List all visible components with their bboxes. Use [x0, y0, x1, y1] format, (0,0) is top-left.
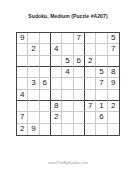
sudoku-cell-r8c8[interactable]: 6 [96, 112, 107, 123]
sudoku-cell-r4c6[interactable] [74, 67, 85, 78]
sudoku-cell-r6c9[interactable] [108, 90, 119, 101]
sudoku-cell-r3c9[interactable] [108, 56, 119, 67]
sudoku-cell-r7c1[interactable] [17, 101, 28, 112]
sudoku-cell-r6c6[interactable] [74, 90, 85, 101]
sudoku-cell-r5c9[interactable]: 9 [108, 78, 119, 89]
sudoku-cell-r3c6[interactable]: 6 [74, 56, 85, 67]
sudoku-cell-r3c3[interactable] [40, 56, 51, 67]
sudoku-cell-r1c4[interactable] [51, 33, 62, 44]
sudoku-cell-r5c2[interactable]: 3 [28, 78, 39, 89]
sudoku-cell-r2c4[interactable]: 4 [51, 44, 62, 55]
sudoku-cell-r1c7[interactable] [85, 33, 96, 44]
sudoku-cell-r8c2[interactable] [28, 112, 39, 123]
sudoku-cell-r2c1[interactable] [17, 44, 28, 55]
sudoku-cell-r3c7[interactable]: 2 [85, 56, 96, 67]
sudoku-cell-r4c8[interactable]: 5 [96, 67, 107, 78]
sudoku-cell-r8c3[interactable] [40, 112, 51, 123]
sudoku-cell-r9c1[interactable]: 2 [17, 124, 28, 135]
sudoku-cell-r1c8[interactable] [96, 33, 107, 44]
sudoku-cell-r9c4[interactable] [51, 124, 62, 135]
sudoku-cell-r6c4[interactable] [51, 90, 62, 101]
sudoku-cell-r7c3[interactable] [40, 101, 51, 112]
sudoku-cell-r7c7[interactable]: 7 [85, 101, 96, 112]
sudoku-cell-r1c3[interactable] [40, 33, 51, 44]
sudoku-cell-r9c9[interactable] [108, 124, 119, 135]
sudoku-cell-r7c4[interactable]: 8 [51, 101, 62, 112]
sudoku-cell-r7c9[interactable]: 2 [108, 101, 119, 112]
sudoku-cell-r2c3[interactable] [40, 44, 51, 55]
sudoku-cell-r7c8[interactable]: 1 [96, 101, 107, 112]
sudoku-cell-r9c5[interactable] [62, 124, 73, 135]
sudoku-cell-r4c5[interactable]: 4 [62, 67, 73, 78]
sudoku-cell-r4c4[interactable] [51, 67, 62, 78]
sudoku-cell-r3c2[interactable] [28, 56, 39, 67]
sudoku-cell-r7c5[interactable] [62, 101, 73, 112]
sudoku-cell-r7c6[interactable] [74, 101, 85, 112]
sudoku-cell-r4c7[interactable] [85, 67, 96, 78]
sudoku-cell-r4c3[interactable] [40, 67, 51, 78]
sudoku-cell-r7c2[interactable] [28, 101, 39, 112]
sudoku-cell-r8c7[interactable] [85, 112, 96, 123]
sudoku-cell-r8c6[interactable] [74, 112, 85, 123]
sudoku-cell-r4c9[interactable]: 8 [108, 67, 119, 78]
sudoku-cell-r9c2[interactable]: 9 [28, 124, 39, 135]
sudoku-cell-r1c1[interactable]: 9 [17, 33, 28, 44]
sudoku-cell-r5c8[interactable]: 7 [96, 78, 107, 89]
sudoku-cell-r1c9[interactable]: 5 [108, 33, 119, 44]
sudoku-cell-r3c8[interactable] [96, 56, 107, 67]
sudoku-cell-r8c4[interactable]: 2 [51, 112, 62, 123]
sudoku-cell-r3c1[interactable] [17, 56, 28, 67]
page: Sudoku, Medium (Puzzle #A207) 9752475624… [0, 0, 136, 176]
sudoku-cell-r5c4[interactable] [51, 78, 62, 89]
sudoku-cell-r3c5[interactable]: 5 [62, 56, 73, 67]
sudoku-cell-r6c8[interactable] [96, 90, 107, 101]
sudoku-cell-r8c1[interactable]: 7 [17, 112, 28, 123]
sudoku-cell-r2c2[interactable]: 2 [28, 44, 39, 55]
sudoku-cell-r1c5[interactable] [62, 33, 73, 44]
sudoku-cell-r6c1[interactable]: 4 [17, 90, 28, 101]
sudoku-cell-r4c2[interactable] [28, 67, 39, 78]
sudoku-cell-r1c6[interactable]: 7 [74, 33, 85, 44]
sudoku-cell-r5c3[interactable]: 6 [40, 78, 51, 89]
footer-url: www.PrintMySudoku.com [0, 161, 136, 165]
page-title: Sudoku, Medium (Puzzle #A207) [0, 13, 136, 19]
sudoku-grid: 97524756245836794871272629 [16, 32, 120, 136]
sudoku-cell-r2c7[interactable] [85, 44, 96, 55]
sudoku-cell-r6c7[interactable] [85, 90, 96, 101]
sudoku-cell-r9c6[interactable] [74, 124, 85, 135]
sudoku-cell-r2c8[interactable] [96, 44, 107, 55]
sudoku-cell-r5c5[interactable] [62, 78, 73, 89]
sudoku-cell-r6c3[interactable] [40, 90, 51, 101]
sudoku-cell-r5c7[interactable] [85, 78, 96, 89]
sudoku-cell-r2c9[interactable]: 7 [108, 44, 119, 55]
sudoku-cell-r6c5[interactable] [62, 90, 73, 101]
sudoku-cell-r5c6[interactable] [74, 78, 85, 89]
sudoku-cell-r4c1[interactable] [17, 67, 28, 78]
sudoku-cell-r3c4[interactable] [51, 56, 62, 67]
sudoku-cell-r8c5[interactable] [62, 112, 73, 123]
sudoku-cell-r6c2[interactable] [28, 90, 39, 101]
sudoku-cell-r2c5[interactable] [62, 44, 73, 55]
sudoku-cell-r9c7[interactable] [85, 124, 96, 135]
sudoku-cell-r8c9[interactable] [108, 112, 119, 123]
sudoku-cell-r9c8[interactable] [96, 124, 107, 135]
sudoku-cell-r5c1[interactable] [17, 78, 28, 89]
sudoku-cell-r9c3[interactable] [40, 124, 51, 135]
sudoku-cell-r2c6[interactable] [74, 44, 85, 55]
sudoku-cell-r1c2[interactable] [28, 33, 39, 44]
